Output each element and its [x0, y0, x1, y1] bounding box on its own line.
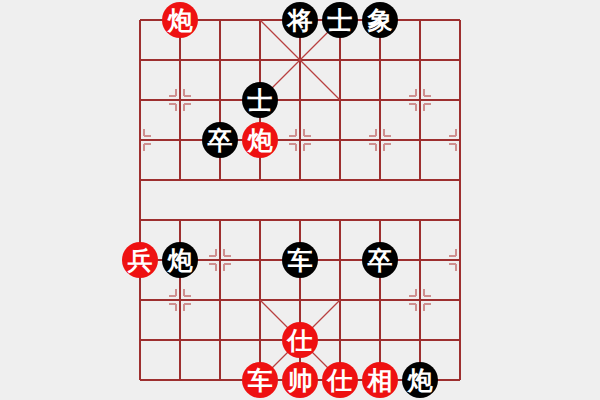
piece-red-advisor-1[interactable]: 仕 [280, 320, 320, 360]
red-piece-glyph: 兵 [122, 242, 158, 278]
red-piece-glyph: 炮 [162, 2, 198, 38]
red-piece-glyph: 仕 [322, 362, 358, 398]
black-piece-glyph: 车 [282, 242, 318, 278]
piece-black-soldier-2[interactable]: 卒 [360, 240, 400, 280]
pieces-layer: 炮将士象士卒炮兵炮车卒仕车帅仕相炮 [120, 0, 480, 400]
piece-black-advisor-1[interactable]: 士 [320, 0, 360, 40]
piece-red-soldier-1[interactable]: 兵 [120, 240, 160, 280]
piece-red-cannon-1[interactable]: 炮 [160, 0, 200, 40]
piece-black-cannon-1[interactable]: 炮 [160, 240, 200, 280]
red-piece-glyph: 车 [242, 362, 278, 398]
xiangqi-screenshot: 炮将士象士卒炮兵炮车卒仕车帅仕相炮 [0, 0, 600, 400]
piece-red-general[interactable]: 帅 [280, 360, 320, 400]
piece-black-cannon-2[interactable]: 炮 [400, 360, 440, 400]
piece-red-cannon-2[interactable]: 炮 [240, 120, 280, 160]
black-piece-glyph: 士 [242, 82, 278, 118]
xiangqi-board: 炮将士象士卒炮兵炮车卒仕车帅仕相炮 [120, 0, 480, 400]
black-piece-glyph: 炮 [402, 362, 438, 398]
piece-black-general[interactable]: 将 [280, 0, 320, 40]
piece-red-chariot-1[interactable]: 车 [240, 360, 280, 400]
black-piece-glyph: 卒 [362, 242, 398, 278]
red-piece-glyph: 相 [362, 362, 398, 398]
black-piece-glyph: 士 [322, 2, 358, 38]
black-piece-glyph: 将 [282, 2, 318, 38]
red-piece-glyph: 帅 [282, 362, 318, 398]
piece-black-chariot-1[interactable]: 车 [280, 240, 320, 280]
black-piece-glyph: 象 [362, 2, 398, 38]
red-piece-glyph: 仕 [282, 322, 318, 358]
piece-red-elephant-1[interactable]: 相 [360, 360, 400, 400]
black-piece-glyph: 卒 [202, 122, 238, 158]
red-piece-glyph: 炮 [242, 122, 278, 158]
piece-black-soldier-1[interactable]: 卒 [200, 120, 240, 160]
black-piece-glyph: 炮 [162, 242, 198, 278]
piece-red-advisor-2[interactable]: 仕 [320, 360, 360, 400]
piece-black-elephant-1[interactable]: 象 [360, 0, 400, 40]
piece-black-advisor-2[interactable]: 士 [240, 80, 280, 120]
